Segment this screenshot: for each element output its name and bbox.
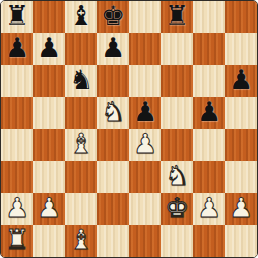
black-pawn-icon: ♟: [197, 96, 221, 128]
square-e3[interactable]: [129, 161, 161, 193]
square-a1[interactable]: ♜: [1, 225, 33, 257]
black-rook-icon: ♜: [165, 0, 189, 32]
square-f1[interactable]: [161, 225, 193, 257]
square-c2[interactable]: [65, 193, 97, 225]
white-pawn-icon: ♟: [229, 192, 253, 224]
square-h3[interactable]: [225, 161, 257, 193]
square-d4[interactable]: [97, 129, 129, 161]
square-b3[interactable]: [33, 161, 65, 193]
square-b4[interactable]: [33, 129, 65, 161]
square-g2[interactable]: ♟: [193, 193, 225, 225]
square-e4[interactable]: ♟: [129, 129, 161, 161]
square-g5[interactable]: ♟: [193, 97, 225, 129]
black-pawn-icon: ♟: [5, 32, 29, 64]
square-f4[interactable]: [161, 129, 193, 161]
square-c6[interactable]: ♞: [65, 65, 97, 97]
square-h6[interactable]: ♟: [225, 65, 257, 97]
square-a2[interactable]: ♟: [1, 193, 33, 225]
square-h5[interactable]: [225, 97, 257, 129]
square-h1[interactable]: [225, 225, 257, 257]
square-b2[interactable]: ♟: [33, 193, 65, 225]
square-c5[interactable]: [65, 97, 97, 129]
square-e7[interactable]: [129, 33, 161, 65]
square-e6[interactable]: [129, 65, 161, 97]
square-g1[interactable]: [193, 225, 225, 257]
square-f2[interactable]: ♚: [161, 193, 193, 225]
white-pawn-icon: ♟: [197, 192, 221, 224]
white-bishop-icon: ♝: [69, 128, 93, 160]
square-d1[interactable]: [97, 225, 129, 257]
black-bishop-icon: ♝: [69, 0, 93, 32]
white-bishop-icon: ♝: [69, 224, 93, 256]
square-d7[interactable]: ♟: [97, 33, 129, 65]
square-c1[interactable]: ♝: [65, 225, 97, 257]
black-rook-icon: ♜: [5, 0, 29, 32]
white-pawn-icon: ♟: [133, 128, 157, 160]
square-b7[interactable]: ♟: [33, 33, 65, 65]
square-g6[interactable]: [193, 65, 225, 97]
square-e1[interactable]: [129, 225, 161, 257]
black-pawn-icon: ♟: [133, 96, 157, 128]
square-g7[interactable]: [193, 33, 225, 65]
square-b1[interactable]: [33, 225, 65, 257]
square-g4[interactable]: [193, 129, 225, 161]
square-e5[interactable]: ♟: [129, 97, 161, 129]
square-a4[interactable]: [1, 129, 33, 161]
black-pawn-icon: ♟: [101, 32, 125, 64]
black-king-icon: ♚: [101, 0, 125, 32]
square-d2[interactable]: [97, 193, 129, 225]
white-knight-icon: ♞: [165, 160, 189, 192]
square-a7[interactable]: ♟: [1, 33, 33, 65]
square-h8[interactable]: [225, 1, 257, 33]
square-f7[interactable]: [161, 33, 193, 65]
black-pawn-icon: ♟: [37, 32, 61, 64]
square-d3[interactable]: [97, 161, 129, 193]
square-a6[interactable]: [1, 65, 33, 97]
white-pawn-icon: ♟: [37, 192, 61, 224]
square-e2[interactable]: [129, 193, 161, 225]
white-pawn-icon: ♟: [5, 192, 29, 224]
square-f3[interactable]: ♞: [161, 161, 193, 193]
black-pawn-icon: ♟: [229, 64, 253, 96]
square-f6[interactable]: [161, 65, 193, 97]
square-h2[interactable]: ♟: [225, 193, 257, 225]
chess-board: ♜♝♚♜♟♟♟♞♟♞♟♟♝♟♞♟♟♚♟♟♜♝: [0, 0, 258, 258]
white-king-icon: ♚: [165, 192, 189, 224]
square-d5[interactable]: ♞: [97, 97, 129, 129]
square-d8[interactable]: ♚: [97, 1, 129, 33]
square-c7[interactable]: [65, 33, 97, 65]
square-c4[interactable]: ♝: [65, 129, 97, 161]
black-knight-icon: ♞: [69, 64, 93, 96]
square-f5[interactable]: [161, 97, 193, 129]
square-a5[interactable]: [1, 97, 33, 129]
white-knight-icon: ♞: [101, 96, 125, 128]
square-c3[interactable]: [65, 161, 97, 193]
square-b5[interactable]: [33, 97, 65, 129]
square-c8[interactable]: ♝: [65, 1, 97, 33]
square-b8[interactable]: [33, 1, 65, 33]
white-rook-icon: ♜: [5, 224, 29, 256]
square-e8[interactable]: [129, 1, 161, 33]
square-b6[interactable]: [33, 65, 65, 97]
square-h4[interactable]: [225, 129, 257, 161]
square-a8[interactable]: ♜: [1, 1, 33, 33]
square-d6[interactable]: [97, 65, 129, 97]
square-f8[interactable]: ♜: [161, 1, 193, 33]
square-h7[interactable]: [225, 33, 257, 65]
square-g3[interactable]: [193, 161, 225, 193]
chess-board-container: ♜♝♚♜♟♟♟♞♟♞♟♟♝♟♞♟♟♚♟♟♜♝: [0, 0, 258, 258]
square-a3[interactable]: [1, 161, 33, 193]
square-g8[interactable]: [193, 1, 225, 33]
